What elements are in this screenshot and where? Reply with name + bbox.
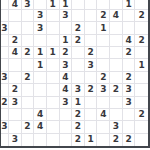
clue-cell-r5c4: 1 bbox=[34, 47, 47, 59]
empty-cell-r2c1[interactable] bbox=[1, 10, 9, 22]
clue-cell-r11c4: 4 bbox=[34, 121, 47, 133]
empty-cell-r10c5[interactable] bbox=[47, 109, 60, 121]
clue-cell-r4c7: 2 bbox=[72, 35, 85, 47]
clue-cell-r1c3: 3 bbox=[22, 0, 35, 10]
clue-cell-r6c6: 3 bbox=[60, 59, 73, 71]
clue-cell-r11c10: 3 bbox=[110, 121, 123, 133]
clue-cell-r10c9: 4 bbox=[97, 109, 110, 121]
clue-cell-r9c7: 1 bbox=[72, 97, 85, 109]
clue-cell-r6c4: 1 bbox=[34, 59, 47, 71]
empty-cell-r12c3[interactable] bbox=[22, 134, 35, 146]
empty-cell-r1c12[interactable] bbox=[135, 0, 148, 10]
clue-cell-r8c2: 2 bbox=[9, 84, 22, 96]
empty-cell-r2c11[interactable] bbox=[123, 10, 136, 22]
clue-cell-r5c8: 2 bbox=[85, 47, 98, 59]
empty-cell-r3c3[interactable] bbox=[22, 22, 35, 34]
clue-cell-r5c11: 2 bbox=[123, 47, 136, 59]
empty-cell-r7c5[interactable] bbox=[47, 72, 60, 84]
empty-cell-r1c1[interactable] bbox=[1, 0, 9, 10]
clue-cell-r5c3: 2 bbox=[22, 47, 35, 59]
empty-cell-r7c10[interactable] bbox=[110, 72, 123, 84]
clue-cell-r12c8: 1 bbox=[85, 134, 98, 146]
empty-cell-r5c12[interactable] bbox=[135, 47, 148, 59]
clue-cell-r3c9: 1 bbox=[97, 22, 110, 34]
empty-cell-r3c10[interactable] bbox=[110, 22, 123, 34]
puzzle-board: 4311133242332121242421122213313242224323… bbox=[0, 0, 150, 148]
clue-cell-r8c8: 2 bbox=[85, 84, 98, 96]
empty-cell-r7c2[interactable] bbox=[9, 72, 22, 84]
clue-cell-r10c4: 4 bbox=[34, 109, 47, 121]
clue-cell-r3c4: 3 bbox=[34, 22, 47, 34]
clue-cell-r2c9: 2 bbox=[97, 10, 110, 22]
empty-cell-r3c8[interactable] bbox=[85, 22, 98, 34]
empty-cell-r2c8[interactable] bbox=[85, 10, 98, 22]
empty-cell-r11c12[interactable] bbox=[135, 121, 148, 133]
empty-cell-r8c12[interactable] bbox=[135, 84, 148, 96]
empty-cell-r6c7[interactable] bbox=[72, 59, 85, 71]
clue-cell-r12c10: 2 bbox=[110, 134, 123, 146]
empty-cell-r11c11[interactable] bbox=[123, 121, 136, 133]
clue-cell-r7c9: 2 bbox=[97, 72, 110, 84]
clue-cell-r6c12: 1 bbox=[135, 59, 148, 71]
empty-cell-r3c5[interactable] bbox=[47, 22, 60, 34]
empty-cell-r8c1[interactable] bbox=[1, 84, 9, 96]
empty-cell-r10c8[interactable] bbox=[85, 109, 98, 121]
empty-cell-r1c4[interactable] bbox=[34, 0, 47, 10]
clue-cell-r1c11: 1 bbox=[123, 0, 136, 10]
empty-cell-r4c8[interactable] bbox=[85, 35, 98, 47]
clue-cell-r12c7: 2 bbox=[72, 134, 85, 146]
empty-cell-r12c9[interactable] bbox=[97, 134, 110, 146]
empty-cell-r3c6[interactable] bbox=[60, 22, 73, 34]
empty-cell-r10c6[interactable] bbox=[60, 109, 73, 121]
empty-cell-r2c3[interactable] bbox=[22, 10, 35, 22]
empty-cell-r7c8[interactable] bbox=[85, 72, 98, 84]
empty-cell-r9c9[interactable] bbox=[97, 97, 110, 109]
empty-cell-r10c11[interactable] bbox=[123, 109, 136, 121]
empty-cell-r1c10[interactable] bbox=[110, 0, 123, 10]
clue-cell-r7c3: 2 bbox=[22, 72, 35, 84]
clue-cell-r10c7: 2 bbox=[72, 109, 85, 121]
empty-cell-r11c8[interactable] bbox=[85, 121, 98, 133]
clue-cell-r9c11: 3 bbox=[123, 97, 136, 109]
clue-cell-r8c9: 3 bbox=[97, 84, 110, 96]
empty-cell-r8c3[interactable] bbox=[22, 84, 35, 96]
empty-cell-r6c11[interactable] bbox=[123, 59, 136, 71]
clue-cell-r11c1: 3 bbox=[1, 121, 9, 133]
empty-cell-r4c9[interactable] bbox=[97, 35, 110, 47]
empty-cell-r9c10[interactable] bbox=[110, 97, 123, 109]
empty-cell-r3c2[interactable] bbox=[9, 22, 22, 34]
empty-cell-r9c8[interactable] bbox=[85, 97, 98, 109]
clue-cell-r6c8: 3 bbox=[85, 59, 98, 71]
empty-cell-r6c3[interactable] bbox=[22, 59, 35, 71]
clue-cell-r5c2: 4 bbox=[9, 47, 22, 59]
empty-cell-r6c1[interactable] bbox=[1, 59, 9, 71]
empty-cell-r10c1[interactable] bbox=[1, 109, 9, 121]
clue-cell-r2c4: 3 bbox=[34, 10, 47, 22]
clue-cell-r12c11: 2 bbox=[123, 134, 136, 146]
clue-cell-r8c6: 4 bbox=[60, 84, 73, 96]
empty-cell-r6c10[interactable] bbox=[110, 59, 123, 71]
clue-cell-r10c12: 2 bbox=[135, 109, 148, 121]
empty-cell-r12c6[interactable] bbox=[60, 134, 73, 146]
clue-cell-r4c2: 2 bbox=[9, 35, 22, 47]
empty-cell-r4c5[interactable] bbox=[47, 35, 60, 47]
empty-cell-r9c12[interactable] bbox=[135, 97, 148, 109]
empty-cell-r1c7[interactable] bbox=[72, 0, 85, 10]
empty-cell-r7c4[interactable] bbox=[34, 72, 47, 84]
empty-cell-r2c2[interactable] bbox=[9, 10, 22, 22]
empty-cell-r2c7[interactable] bbox=[72, 10, 85, 22]
empty-cell-r4c4[interactable] bbox=[34, 35, 47, 47]
empty-cell-r9c3[interactable] bbox=[22, 97, 35, 109]
clue-cell-r7c1: 3 bbox=[1, 72, 9, 84]
empty-cell-r11c6[interactable] bbox=[60, 121, 73, 133]
clue-cell-r4c11: 4 bbox=[123, 35, 136, 47]
empty-cell-r7c12[interactable] bbox=[135, 72, 148, 84]
empty-cell-r6c2[interactable] bbox=[9, 59, 22, 71]
empty-cell-r9c4[interactable] bbox=[34, 97, 47, 109]
empty-cell-r10c2[interactable] bbox=[9, 109, 22, 121]
empty-cell-r5c10[interactable] bbox=[110, 47, 123, 59]
empty-cell-r2c5[interactable] bbox=[47, 10, 60, 22]
empty-cell-r12c12[interactable] bbox=[135, 134, 148, 146]
clue-cell-r1c6: 1 bbox=[60, 0, 73, 10]
clue-cell-r5c6: 2 bbox=[60, 47, 73, 59]
empty-cell-r5c7[interactable] bbox=[72, 47, 85, 59]
clue-cell-r5c5: 1 bbox=[47, 47, 60, 59]
empty-cell-r4c3[interactable] bbox=[22, 35, 35, 47]
empty-cell-r11c2[interactable] bbox=[9, 121, 22, 133]
empty-cell-r9c5[interactable] bbox=[47, 97, 60, 109]
clue-cell-r2c12: 2 bbox=[135, 10, 148, 22]
clue-cell-r9c2: 3 bbox=[9, 97, 22, 109]
empty-cell-r1c8[interactable] bbox=[85, 0, 98, 10]
clue-cell-r2c6: 3 bbox=[60, 10, 73, 22]
empty-cell-r12c4[interactable] bbox=[34, 134, 47, 146]
empty-cell-r5c1[interactable] bbox=[1, 47, 9, 59]
clue-cell-r8c7: 3 bbox=[72, 84, 85, 96]
empty-cell-r3c12[interactable] bbox=[135, 22, 148, 34]
clue-cell-r2c10: 4 bbox=[110, 10, 123, 22]
clue-cell-r1c2: 4 bbox=[9, 0, 22, 10]
empty-cell-r8c5[interactable] bbox=[47, 84, 60, 96]
clue-cell-r4c12: 2 bbox=[135, 35, 148, 47]
clue-cell-r9c1: 2 bbox=[1, 97, 9, 109]
clue-cell-r9c6: 3 bbox=[60, 97, 73, 109]
clue-cell-r1c5: 1 bbox=[47, 0, 60, 10]
empty-cell-r11c9[interactable] bbox=[97, 121, 110, 133]
clue-cell-r7c6: 4 bbox=[60, 72, 73, 84]
clue-cell-r3c7: 2 bbox=[72, 22, 85, 34]
clue-cell-r11c7: 2 bbox=[72, 121, 85, 133]
empty-cell-r12c1[interactable] bbox=[1, 134, 9, 146]
empty-cell-r3c11[interactable] bbox=[123, 22, 136, 34]
clue-cell-r8c11: 3 bbox=[123, 84, 136, 96]
clue-cell-r3c1: 3 bbox=[1, 22, 9, 34]
empty-cell-r12c5[interactable] bbox=[47, 134, 60, 146]
clue-cell-r11c3: 2 bbox=[22, 121, 35, 133]
empty-cell-r1c9[interactable] bbox=[97, 0, 110, 10]
empty-cell-r4c10[interactable] bbox=[110, 35, 123, 47]
clue-cell-r12c2: 3 bbox=[9, 134, 22, 146]
empty-cell-r8c4[interactable] bbox=[34, 84, 47, 96]
empty-cell-r4c1[interactable] bbox=[1, 35, 9, 47]
clue-cell-r4c6: 1 bbox=[60, 35, 73, 47]
clue-cell-r8c10: 2 bbox=[110, 84, 123, 96]
empty-cell-r6c9[interactable] bbox=[97, 59, 110, 71]
empty-cell-r10c3[interactable] bbox=[22, 109, 35, 121]
empty-cell-r11c5[interactable] bbox=[47, 121, 60, 133]
empty-cell-r6c5[interactable] bbox=[47, 59, 60, 71]
empty-cell-r5c9[interactable] bbox=[97, 47, 110, 59]
clue-cell-r7c11: 2 bbox=[123, 72, 136, 84]
empty-cell-r7c7[interactable] bbox=[72, 72, 85, 84]
empty-cell-r10c10[interactable] bbox=[110, 109, 123, 121]
